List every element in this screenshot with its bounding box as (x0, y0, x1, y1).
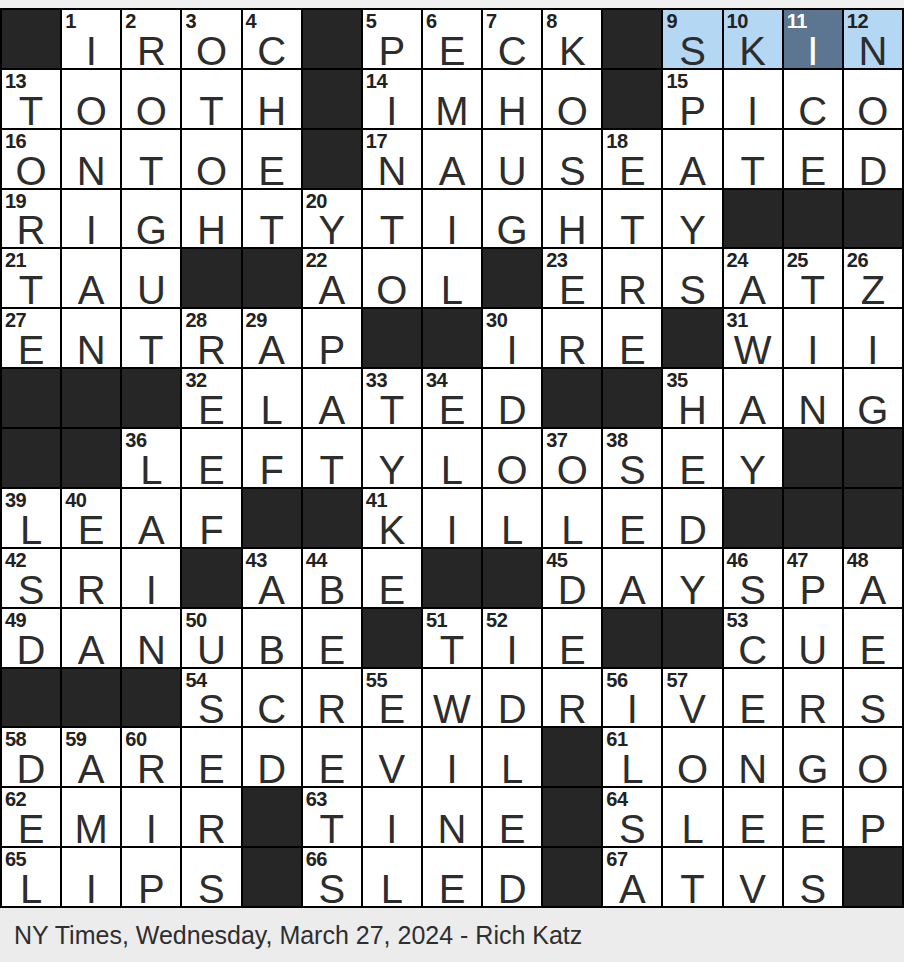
block-cell-r12c2 (62, 669, 120, 727)
cell-r6c13[interactable]: 31W (724, 309, 782, 367)
cell-letter: C (243, 31, 301, 71)
cell-r6c15[interactable]: I (844, 309, 902, 367)
cell-r4c10[interactable]: H (543, 190, 601, 248)
cell-r13c8[interactable]: I (423, 728, 481, 786)
cell-r10c5[interactable]: 43A (243, 549, 301, 607)
cell-r11c15[interactable]: E (844, 609, 902, 667)
cell-r12c10[interactable]: R (543, 669, 601, 727)
cell-letter: A (243, 570, 301, 610)
clue-number: 52 (486, 610, 507, 631)
cell-letter: Y (663, 210, 721, 250)
clue-number: 2 (125, 11, 136, 32)
cell-letter: T (784, 270, 842, 310)
cell-r2c5[interactable]: H (243, 70, 301, 128)
block-cell-r8c2 (62, 429, 120, 487)
cell-letter: E (844, 630, 902, 670)
cell-r9c9[interactable]: L (483, 489, 541, 547)
page-top-strip (0, 0, 904, 8)
cell-letter: A (303, 270, 361, 310)
cell-r7c13[interactable]: A (724, 369, 782, 427)
cell-letter: L (423, 270, 481, 310)
block-cell-r9c15 (844, 489, 902, 547)
cell-r15c6[interactable]: 66S (303, 848, 361, 906)
block-cell-r14c10 (543, 788, 601, 846)
cell-r3c15[interactable]: D (844, 130, 902, 188)
cell-r14c4[interactable]: R (182, 788, 240, 846)
cell-letter: P (303, 330, 361, 370)
cell-r12c9[interactable]: D (483, 669, 541, 727)
cell-letter: P (663, 91, 721, 131)
cell-letter: C (243, 689, 301, 729)
block-cell-r12c1 (2, 669, 60, 727)
cell-r15c11[interactable]: 67A (603, 848, 661, 906)
cell-r1c5[interactable]: 4C (243, 10, 301, 68)
block-cell-r9c14 (784, 489, 842, 547)
cell-r14c8[interactable]: N (423, 788, 481, 846)
cell-letter: B (303, 570, 361, 610)
cell-letter: U (182, 630, 240, 670)
cell-r6c3[interactable]: T (122, 309, 180, 367)
cell-letter: T (363, 210, 421, 250)
cell-r12c15[interactable]: S (844, 669, 902, 727)
cell-letter: F (243, 450, 301, 490)
cell-r8c4[interactable]: E (182, 429, 240, 487)
cell-r2c8[interactable]: M (423, 70, 481, 128)
cell-r10c1[interactable]: 42S (2, 549, 60, 607)
cell-r3c11[interactable]: 18E (603, 130, 661, 188)
block-cell-r15c10 (543, 848, 601, 906)
cell-r15c9[interactable]: D (483, 848, 541, 906)
cell-letter: S (724, 570, 782, 610)
cell-letter: I (363, 91, 421, 131)
cell-letter: H (543, 210, 601, 250)
cell-r10c7[interactable]: E (363, 549, 421, 607)
cell-r13c13[interactable]: N (724, 728, 782, 786)
cell-r3c9[interactable]: U (483, 130, 541, 188)
cell-letter: C (784, 91, 842, 131)
cell-letter: R (603, 270, 661, 310)
cell-r14c9[interactable]: E (483, 788, 541, 846)
cell-r14c6[interactable]: 63T (303, 788, 361, 846)
cell-letter: H (182, 210, 240, 250)
cell-letter: Y (663, 570, 721, 610)
cell-r6c9[interactable]: 30I (483, 309, 541, 367)
cell-letter: I (483, 630, 541, 670)
block-cell-r2c11 (603, 70, 661, 128)
cell-r3c14[interactable]: E (784, 130, 842, 188)
cell-letter: T (363, 390, 421, 430)
cell-r8c12[interactable]: E (663, 429, 721, 487)
cell-r9c10[interactable]: L (543, 489, 601, 547)
cell-r9c7[interactable]: 41K (363, 489, 421, 547)
cell-letter: M (423, 91, 481, 131)
cell-r2c1[interactable]: 13T (2, 70, 60, 128)
block-cell-r7c2 (62, 369, 120, 427)
cell-r3c4[interactable]: O (182, 130, 240, 188)
cell-r1c12[interactable]: 9S (663, 10, 721, 68)
cell-r14c13[interactable]: E (724, 788, 782, 846)
cell-r10c6[interactable]: 44B (303, 549, 361, 607)
puzzle-caption-bar: NY Times, Wednesday, March 27, 2024 - Ri… (0, 908, 904, 962)
cell-r14c1[interactable]: 62E (2, 788, 60, 846)
cell-r15c4[interactable]: S (182, 848, 240, 906)
cell-letter: V (724, 869, 782, 909)
cell-r15c12[interactable]: T (663, 848, 721, 906)
block-cell-r1c11 (603, 10, 661, 68)
block-cell-r2c6 (303, 70, 361, 128)
cell-r14c3[interactable]: I (122, 788, 180, 846)
cell-letter: R (303, 689, 361, 729)
cell-letter: N (62, 330, 120, 370)
cell-r10c14[interactable]: 47P (784, 549, 842, 607)
cell-letter: Z (844, 270, 902, 310)
cell-letter: I (363, 809, 421, 849)
cell-r10c2[interactable]: R (62, 549, 120, 607)
cell-letter: I (784, 330, 842, 370)
cell-r6c1[interactable]: 27E (2, 309, 60, 367)
block-cell-r15c5 (243, 848, 301, 906)
cell-r7c7[interactable]: 33T (363, 369, 421, 427)
block-cell-r4c14 (784, 190, 842, 248)
cell-r1c8[interactable]: 6E (423, 10, 481, 68)
cell-letter: I (423, 749, 481, 789)
cell-r4c1[interactable]: 19R (2, 190, 60, 248)
cell-letter: L (603, 749, 661, 789)
cell-r14c2[interactable]: M (62, 788, 120, 846)
cell-r3c10[interactable]: S (543, 130, 601, 188)
cell-r11c6[interactable]: E (303, 609, 361, 667)
cell-letter: P (122, 869, 180, 909)
block-cell-r10c4 (182, 549, 240, 607)
cell-r1c2[interactable]: 1I (62, 10, 120, 68)
cell-letter: N (363, 151, 421, 191)
cell-r14c7[interactable]: I (363, 788, 421, 846)
cell-r12c4[interactable]: 54S (182, 669, 240, 727)
cell-r4c8[interactable]: I (423, 190, 481, 248)
cell-letter: R (62, 570, 120, 610)
cell-r5c6[interactable]: 22A (303, 249, 361, 307)
cell-r7c15[interactable]: G (844, 369, 902, 427)
cell-r15c2[interactable]: I (62, 848, 120, 906)
cell-r4c3[interactable]: G (122, 190, 180, 248)
cell-r13c4[interactable]: E (182, 728, 240, 786)
cell-r3c1[interactable]: 16O (2, 130, 60, 188)
cell-r7c6[interactable]: A (303, 369, 361, 427)
cell-letter: T (122, 151, 180, 191)
cell-letter: I (423, 510, 481, 550)
cell-r3c13[interactable]: T (724, 130, 782, 188)
block-cell-r8c15 (844, 429, 902, 487)
cell-r13c9[interactable]: L (483, 728, 541, 786)
cell-r5c10[interactable]: 23E (543, 249, 601, 307)
cell-letter: U (483, 151, 541, 191)
cell-r12c7[interactable]: 55E (363, 669, 421, 727)
cell-letter: I (724, 91, 782, 131)
cell-letter: O (363, 270, 421, 310)
cell-r5c8[interactable]: L (423, 249, 481, 307)
cell-letter: E (543, 270, 601, 310)
cell-r6c11[interactable]: E (603, 309, 661, 367)
cell-r4c9[interactable]: G (483, 190, 541, 248)
cell-r13c6[interactable]: E (303, 728, 361, 786)
cell-letter: I (62, 869, 120, 909)
cell-r1c10[interactable]: 8K (543, 10, 601, 68)
cell-r13c11[interactable]: 61L (603, 728, 661, 786)
cell-r5c12[interactable]: S (663, 249, 721, 307)
cell-r11c14[interactable]: U (784, 609, 842, 667)
cell-r12c8[interactable]: W (423, 669, 481, 727)
cell-r8c5[interactable]: F (243, 429, 301, 487)
block-cell-r7c1 (2, 369, 60, 427)
cell-letter: F (182, 510, 240, 550)
cell-r7c4[interactable]: 32E (182, 369, 240, 427)
cell-letter: E (423, 390, 481, 430)
cell-letter: O (543, 450, 601, 490)
cell-r1c13[interactable]: 10K (724, 10, 782, 68)
cell-r13c15[interactable]: O (844, 728, 902, 786)
cell-r5c7[interactable]: O (363, 249, 421, 307)
cell-r10c12[interactable]: Y (663, 549, 721, 607)
cell-r14c15[interactable]: P (844, 788, 902, 846)
cell-letter: D (844, 151, 902, 191)
cell-r10c3[interactable]: I (122, 549, 180, 607)
cell-letter: E (182, 450, 240, 490)
cell-r12c12[interactable]: 57V (663, 669, 721, 727)
cell-r10c10[interactable]: 45D (543, 549, 601, 607)
cell-r2c9[interactable]: H (483, 70, 541, 128)
cell-r5c3[interactable]: U (122, 249, 180, 307)
cell-r10c13[interactable]: 46S (724, 549, 782, 607)
block-cell-r9c5 (243, 489, 301, 547)
cell-r4c7[interactable]: T (363, 190, 421, 248)
cell-r4c4[interactable]: H (182, 190, 240, 248)
cell-letter: E (663, 450, 721, 490)
cell-r8c8[interactable]: L (423, 429, 481, 487)
cell-r2c3[interactable]: O (122, 70, 180, 128)
cell-r1c3[interactable]: 2R (122, 10, 180, 68)
cell-r9c1[interactable]: 39L (2, 489, 60, 547)
cell-r13c12[interactable]: O (663, 728, 721, 786)
cell-r15c7[interactable]: L (363, 848, 421, 906)
cell-r3c12[interactable]: A (663, 130, 721, 188)
cell-letter: A (423, 151, 481, 191)
block-cell-r7c3 (122, 369, 180, 427)
cell-r3c7[interactable]: 17N (363, 130, 421, 188)
cell-letter: T (2, 270, 60, 310)
cell-letter: E (303, 749, 361, 789)
block-cell-r5c5 (243, 249, 301, 307)
cell-r15c1[interactable]: 65L (2, 848, 60, 906)
cell-r12c6[interactable]: R (303, 669, 361, 727)
cell-letter: Y (724, 450, 782, 490)
cell-r5c13[interactable]: 24A (724, 249, 782, 307)
block-cell-r10c9 (483, 549, 541, 607)
cell-r12c14[interactable]: R (784, 669, 842, 727)
cell-r8c6[interactable]: T (303, 429, 361, 487)
cell-r8c11[interactable]: 38S (603, 429, 661, 487)
cell-r3c8[interactable]: A (423, 130, 481, 188)
cell-r9c3[interactable]: A (122, 489, 180, 547)
cell-r8c10[interactable]: 37O (543, 429, 601, 487)
cell-r7c12[interactable]: 35H (663, 369, 721, 427)
cell-r11c8[interactable]: 51T (423, 609, 481, 667)
cell-letter: O (182, 151, 240, 191)
cell-r2c2[interactable]: O (62, 70, 120, 128)
cell-r2c10[interactable]: O (543, 70, 601, 128)
cell-r7c14[interactable]: N (784, 369, 842, 427)
cell-r8c3[interactable]: 36L (122, 429, 180, 487)
cell-r2c7[interactable]: 14I (363, 70, 421, 128)
cell-r1c14[interactable]: 11I (784, 10, 842, 68)
cell-r2c15[interactable]: O (844, 70, 902, 128)
cell-r5c15[interactable]: 26Z (844, 249, 902, 307)
cell-letter: O (2, 151, 60, 191)
cell-r10c15[interactable]: 48A (844, 549, 902, 607)
cell-letter: M (62, 809, 120, 849)
cell-letter: O (122, 91, 180, 131)
cell-letter: E (724, 689, 782, 729)
cell-r7c8[interactable]: 34E (423, 369, 481, 427)
cell-r7c9[interactable]: D (483, 369, 541, 427)
cell-r3c3[interactable]: T (122, 130, 180, 188)
cell-letter: L (122, 450, 180, 490)
cell-r4c2[interactable]: I (62, 190, 120, 248)
cell-letter: D (483, 689, 541, 729)
cell-r6c4[interactable]: 28R (182, 309, 240, 367)
cell-r3c2[interactable]: N (62, 130, 120, 188)
cell-letter: Y (363, 450, 421, 490)
cell-r13c3[interactable]: 60R (122, 728, 180, 786)
cell-r4c12[interactable]: Y (663, 190, 721, 248)
cell-r15c8[interactable]: E (423, 848, 481, 906)
block-cell-r11c7 (363, 609, 421, 667)
cell-r7c5[interactable]: L (243, 369, 301, 427)
cell-r13c7[interactable]: V (363, 728, 421, 786)
cell-letter: T (303, 450, 361, 490)
cell-r9c8[interactable]: I (423, 489, 481, 547)
cell-r11c4[interactable]: 50U (182, 609, 240, 667)
cell-r4c6[interactable]: 20Y (303, 190, 361, 248)
cell-r8c13[interactable]: Y (724, 429, 782, 487)
cell-r4c5[interactable]: T (243, 190, 301, 248)
cell-letter: P (784, 570, 842, 610)
cell-r2c4[interactable]: T (182, 70, 240, 128)
cell-letter: C (483, 31, 541, 71)
cell-letter: E (363, 689, 421, 729)
block-cell-r10c8 (423, 549, 481, 607)
cell-r6c10[interactable]: R (543, 309, 601, 367)
cell-r11c2[interactable]: A (62, 609, 120, 667)
cell-r11c1[interactable]: 49D (2, 609, 60, 667)
cell-letter: T (303, 809, 361, 849)
cell-r11c3[interactable]: N (122, 609, 180, 667)
cell-r6c5[interactable]: 29A (243, 309, 301, 367)
cell-r1c15[interactable]: 12N (844, 10, 902, 68)
cell-r11c13[interactable]: 53C (724, 609, 782, 667)
block-cell-r12c3 (122, 669, 180, 727)
cell-r12c11[interactable]: 56I (603, 669, 661, 727)
cell-letter: O (483, 450, 541, 490)
cell-letter: R (784, 689, 842, 729)
cell-letter: I (62, 31, 120, 71)
cell-r2c14[interactable]: C (784, 70, 842, 128)
cell-letter: A (62, 630, 120, 670)
cell-r11c10[interactable]: E (543, 609, 601, 667)
cell-r5c11[interactable]: R (603, 249, 661, 307)
cell-letter: I (844, 330, 902, 370)
cell-letter: K (543, 31, 601, 71)
cell-r14c14[interactable]: E (784, 788, 842, 846)
block-cell-r11c12 (663, 609, 721, 667)
cell-r10c11[interactable]: A (603, 549, 661, 607)
cell-r13c2[interactable]: 59A (62, 728, 120, 786)
clue-number: 9 (666, 11, 677, 32)
cell-letter: V (663, 689, 721, 729)
block-cell-r9c6 (303, 489, 361, 547)
cell-r6c6[interactable]: P (303, 309, 361, 367)
cell-r13c5[interactable]: D (243, 728, 301, 786)
cell-letter: E (603, 510, 661, 550)
cell-r6c2[interactable]: N (62, 309, 120, 367)
cell-r12c13[interactable]: E (724, 669, 782, 727)
cell-r15c3[interactable]: P (122, 848, 180, 906)
cell-letter: R (543, 330, 601, 370)
cell-r9c2[interactable]: 40E (62, 489, 120, 547)
cell-letter: D (543, 570, 601, 610)
cell-r3c5[interactable]: E (243, 130, 301, 188)
cell-r5c14[interactable]: 25T (784, 249, 842, 307)
cell-r1c4[interactable]: 3O (182, 10, 240, 68)
cell-r12c5[interactable]: C (243, 669, 301, 727)
cell-letter: C (724, 630, 782, 670)
cell-letter: D (2, 630, 60, 670)
cell-r14c12[interactable]: L (663, 788, 721, 846)
cell-letter: L (363, 869, 421, 909)
cell-r8c9[interactable]: O (483, 429, 541, 487)
cell-r1c7[interactable]: 5P (363, 10, 421, 68)
cell-letter: T (243, 210, 301, 250)
cell-letter: G (784, 749, 842, 789)
cell-r15c14[interactable]: S (784, 848, 842, 906)
cell-letter: A (663, 151, 721, 191)
cell-r2c12[interactable]: 15P (663, 70, 721, 128)
cell-letter: Y (303, 210, 361, 250)
cell-r11c9[interactable]: 52I (483, 609, 541, 667)
cell-r13c14[interactable]: G (784, 728, 842, 786)
cell-r5c1[interactable]: 21T (2, 249, 60, 307)
cell-r9c12[interactable]: D (663, 489, 721, 547)
cell-r14c11[interactable]: 64S (603, 788, 661, 846)
cell-r9c4[interactable]: F (182, 489, 240, 547)
cell-r9c11[interactable]: E (603, 489, 661, 547)
cell-r8c7[interactable]: Y (363, 429, 421, 487)
cell-letter: W (724, 330, 782, 370)
crossword-grid: 1I2R3O4C5P6E7C8K9S10K11I12N13TOOTH14IMHO… (0, 8, 904, 908)
cell-letter: L (423, 450, 481, 490)
cell-r6c14[interactable]: I (784, 309, 842, 367)
cell-r5c2[interactable]: A (62, 249, 120, 307)
cell-r2c13[interactable]: I (724, 70, 782, 128)
cell-letter: E (543, 630, 601, 670)
cell-r11c5[interactable]: B (243, 609, 301, 667)
cell-r1c9[interactable]: 7C (483, 10, 541, 68)
cell-r4c11[interactable]: T (603, 190, 661, 248)
cell-r15c13[interactable]: V (724, 848, 782, 906)
clue-number: 11 (787, 11, 807, 32)
block-cell-r9c13 (724, 489, 782, 547)
cell-r13c1[interactable]: 58D (2, 728, 60, 786)
cell-letter: E (784, 809, 842, 849)
